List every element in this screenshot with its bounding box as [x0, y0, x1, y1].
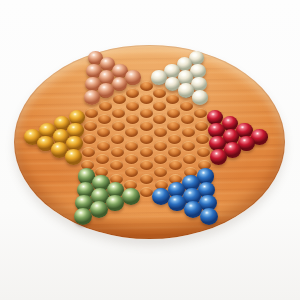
- marble-green: [106, 195, 124, 212]
- photo-scene: [0, 0, 300, 300]
- marble-peach: [112, 77, 127, 92]
- marble-green: [122, 188, 140, 205]
- marbles-layer: [0, 0, 300, 300]
- marble-peach: [98, 83, 114, 98]
- marble-yellow: [65, 149, 82, 165]
- marble-peach: [125, 70, 140, 84]
- marble-blue: [200, 208, 218, 225]
- marble-blue: [184, 201, 202, 218]
- marble-green: [90, 201, 108, 218]
- marble-green: [74, 208, 92, 225]
- marble-red: [210, 149, 227, 165]
- marble-white: [192, 90, 208, 105]
- marble-peach: [84, 90, 100, 105]
